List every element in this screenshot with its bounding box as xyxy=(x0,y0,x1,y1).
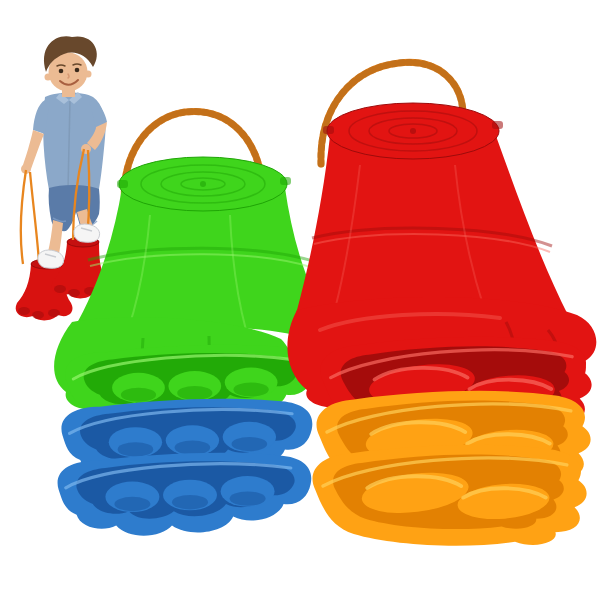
eye xyxy=(75,68,80,73)
product-photo xyxy=(0,0,600,600)
rope-notch xyxy=(280,177,291,185)
stilt-rope xyxy=(30,172,39,262)
right-stack xyxy=(287,62,596,545)
bucket-top-hole xyxy=(200,181,206,187)
rope-notch xyxy=(323,126,334,134)
rope-notch xyxy=(492,121,503,129)
stilt-toe-shade xyxy=(32,311,44,319)
stilts-scene xyxy=(0,0,600,600)
stilt-toe-shade xyxy=(48,309,60,317)
stilt-toe-shade xyxy=(18,307,30,315)
stilt-rope xyxy=(21,170,26,264)
stilt-toe-shade xyxy=(54,285,66,293)
eye xyxy=(59,69,64,74)
orange-foot-base xyxy=(313,445,587,546)
left-sneaker xyxy=(38,250,64,268)
bucket-top-hole xyxy=(410,128,416,134)
stilt-toe-shade xyxy=(68,289,80,297)
left-forearm xyxy=(23,130,44,169)
blue-foot-base xyxy=(58,453,312,536)
right-sneaker xyxy=(74,224,100,242)
child-on-stilts xyxy=(16,36,109,320)
left-leg xyxy=(48,220,63,254)
rope-notch xyxy=(117,180,128,188)
